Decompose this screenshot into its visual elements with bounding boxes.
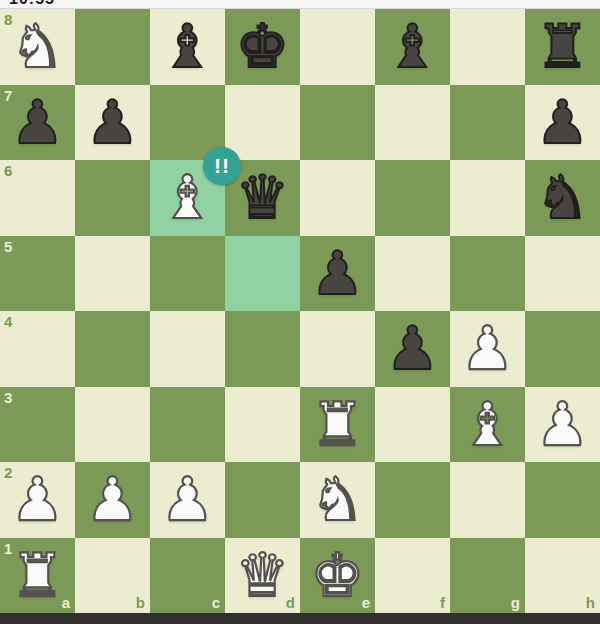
piece-white-knight-a8[interactable]: ♞ bbox=[0, 9, 75, 85]
square-f5[interactable] bbox=[375, 236, 450, 312]
file-label-b: b bbox=[136, 595, 145, 610]
square-c2[interactable]: ♟ bbox=[150, 462, 225, 538]
square-h7[interactable]: ♟ bbox=[525, 85, 600, 161]
file-label-g: g bbox=[511, 595, 520, 610]
piece-white-rook-a1[interactable]: ♜ bbox=[0, 538, 75, 614]
chess-app-screen: 10:55 8♞♝♚♝♜7♟♟♟6♝♛♞5♟4♟♟3♜♝♟2♟♟♟♞1a♜bcd… bbox=[0, 0, 600, 624]
chess-board: 8♞♝♚♝♜7♟♟♟6♝♛♞5♟4♟♟3♜♝♟2♟♟♟♞1a♜bcd♛e♚fgh bbox=[0, 9, 600, 613]
square-e8[interactable] bbox=[300, 9, 375, 85]
square-h8[interactable]: ♜ bbox=[525, 9, 600, 85]
square-d3[interactable] bbox=[225, 387, 300, 463]
piece-black-pawn-a7[interactable]: ♟ bbox=[0, 85, 75, 161]
square-a4[interactable]: 4 bbox=[0, 311, 75, 387]
square-a1[interactable]: 1a♜ bbox=[0, 538, 75, 614]
file-label-h: h bbox=[586, 595, 595, 610]
square-b3[interactable] bbox=[75, 387, 150, 463]
square-h1[interactable]: h bbox=[525, 538, 600, 614]
square-b1[interactable]: b bbox=[75, 538, 150, 614]
square-g4[interactable]: ♟ bbox=[450, 311, 525, 387]
square-e3[interactable]: ♜ bbox=[300, 387, 375, 463]
square-c8[interactable]: ♝ bbox=[150, 9, 225, 85]
square-g8[interactable] bbox=[450, 9, 525, 85]
square-a7[interactable]: 7♟ bbox=[0, 85, 75, 161]
square-h4[interactable] bbox=[525, 311, 600, 387]
square-a8[interactable]: 8♞ bbox=[0, 9, 75, 85]
square-c3[interactable] bbox=[150, 387, 225, 463]
square-g1[interactable]: g bbox=[450, 538, 525, 614]
piece-white-rook-e3[interactable]: ♜ bbox=[300, 387, 375, 463]
rank-label-3: 3 bbox=[4, 390, 12, 405]
square-h2[interactable] bbox=[525, 462, 600, 538]
square-f7[interactable] bbox=[375, 85, 450, 161]
square-h6[interactable]: ♞ bbox=[525, 160, 600, 236]
piece-black-pawn-e5[interactable]: ♟ bbox=[300, 236, 375, 312]
square-a2[interactable]: 2♟ bbox=[0, 462, 75, 538]
piece-white-pawn-c2[interactable]: ♟ bbox=[150, 462, 225, 538]
square-e5[interactable]: ♟ bbox=[300, 236, 375, 312]
square-g2[interactable] bbox=[450, 462, 525, 538]
bottom-bar bbox=[0, 613, 600, 624]
rank-label-6: 6 bbox=[4, 163, 12, 178]
square-f4[interactable]: ♟ bbox=[375, 311, 450, 387]
square-e1[interactable]: e♚ bbox=[300, 538, 375, 614]
square-d1[interactable]: d♛ bbox=[225, 538, 300, 614]
brilliant-move-badge: !! bbox=[203, 147, 241, 185]
piece-white-pawn-g4[interactable]: ♟ bbox=[450, 311, 525, 387]
square-g5[interactable] bbox=[450, 236, 525, 312]
square-g6[interactable] bbox=[450, 160, 525, 236]
piece-black-knight-h6[interactable]: ♞ bbox=[525, 160, 600, 236]
piece-white-knight-e2[interactable]: ♞ bbox=[300, 462, 375, 538]
square-b7[interactable]: ♟ bbox=[75, 85, 150, 161]
square-b2[interactable]: ♟ bbox=[75, 462, 150, 538]
square-e2[interactable]: ♞ bbox=[300, 462, 375, 538]
status-bar: 10:55 bbox=[0, 0, 600, 9]
piece-white-pawn-a2[interactable]: ♟ bbox=[0, 462, 75, 538]
square-d2[interactable] bbox=[225, 462, 300, 538]
square-c1[interactable]: c bbox=[150, 538, 225, 614]
piece-black-bishop-c8[interactable]: ♝ bbox=[150, 9, 225, 85]
square-d8[interactable]: ♚ bbox=[225, 9, 300, 85]
square-f1[interactable]: f bbox=[375, 538, 450, 614]
square-d7[interactable] bbox=[225, 85, 300, 161]
square-b5[interactable] bbox=[75, 236, 150, 312]
status-clock: 10:55 bbox=[9, 0, 55, 8]
square-h3[interactable]: ♟ bbox=[525, 387, 600, 463]
piece-white-pawn-h3[interactable]: ♟ bbox=[525, 387, 600, 463]
piece-black-bishop-f8[interactable]: ♝ bbox=[375, 9, 450, 85]
piece-black-pawn-f4[interactable]: ♟ bbox=[375, 311, 450, 387]
square-b8[interactable] bbox=[75, 9, 150, 85]
square-g7[interactable] bbox=[450, 85, 525, 161]
square-f3[interactable] bbox=[375, 387, 450, 463]
square-b4[interactable] bbox=[75, 311, 150, 387]
piece-black-pawn-h7[interactable]: ♟ bbox=[525, 85, 600, 161]
piece-black-king-d8[interactable]: ♚ bbox=[225, 9, 300, 85]
square-c5[interactable] bbox=[150, 236, 225, 312]
square-d5[interactable] bbox=[225, 236, 300, 312]
square-e4[interactable] bbox=[300, 311, 375, 387]
rank-label-4: 4 bbox=[4, 314, 12, 329]
piece-black-rook-h8[interactable]: ♜ bbox=[525, 9, 600, 85]
square-f8[interactable]: ♝ bbox=[375, 9, 450, 85]
piece-white-king-e1[interactable]: ♚ bbox=[300, 538, 375, 614]
piece-white-pawn-b2[interactable]: ♟ bbox=[75, 462, 150, 538]
square-a5[interactable]: 5 bbox=[0, 236, 75, 312]
rank-label-5: 5 bbox=[4, 239, 12, 254]
square-h5[interactable] bbox=[525, 236, 600, 312]
piece-white-bishop-g3[interactable]: ♝ bbox=[450, 387, 525, 463]
square-e7[interactable] bbox=[300, 85, 375, 161]
piece-white-queen-d1[interactable]: ♛ bbox=[225, 538, 300, 614]
file-label-f: f bbox=[440, 595, 445, 610]
square-a3[interactable]: 3 bbox=[0, 387, 75, 463]
square-a6[interactable]: 6 bbox=[0, 160, 75, 236]
square-f6[interactable] bbox=[375, 160, 450, 236]
board-wrapper: 8♞♝♚♝♜7♟♟♟6♝♛♞5♟4♟♟3♜♝♟2♟♟♟♞1a♜bcd♛e♚fgh… bbox=[0, 9, 600, 613]
square-c4[interactable] bbox=[150, 311, 225, 387]
square-d4[interactable] bbox=[225, 311, 300, 387]
square-f2[interactable] bbox=[375, 462, 450, 538]
square-b6[interactable] bbox=[75, 160, 150, 236]
square-g3[interactable]: ♝ bbox=[450, 387, 525, 463]
piece-black-pawn-b7[interactable]: ♟ bbox=[75, 85, 150, 161]
file-label-c: c bbox=[212, 595, 220, 610]
square-e6[interactable] bbox=[300, 160, 375, 236]
